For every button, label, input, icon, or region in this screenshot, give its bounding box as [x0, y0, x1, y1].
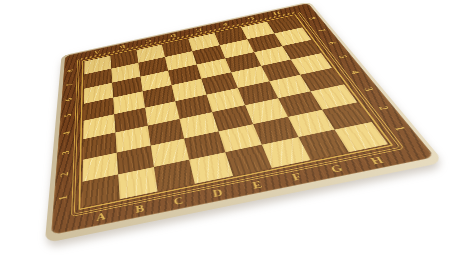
chessboard: ABCDEFGH ABCDEFGH 87654321 87654321 — [0, 0, 400, 270]
product-photo-stage: ABCDEFGH ABCDEFGH 87654321 87654321 — [0, 0, 450, 270]
